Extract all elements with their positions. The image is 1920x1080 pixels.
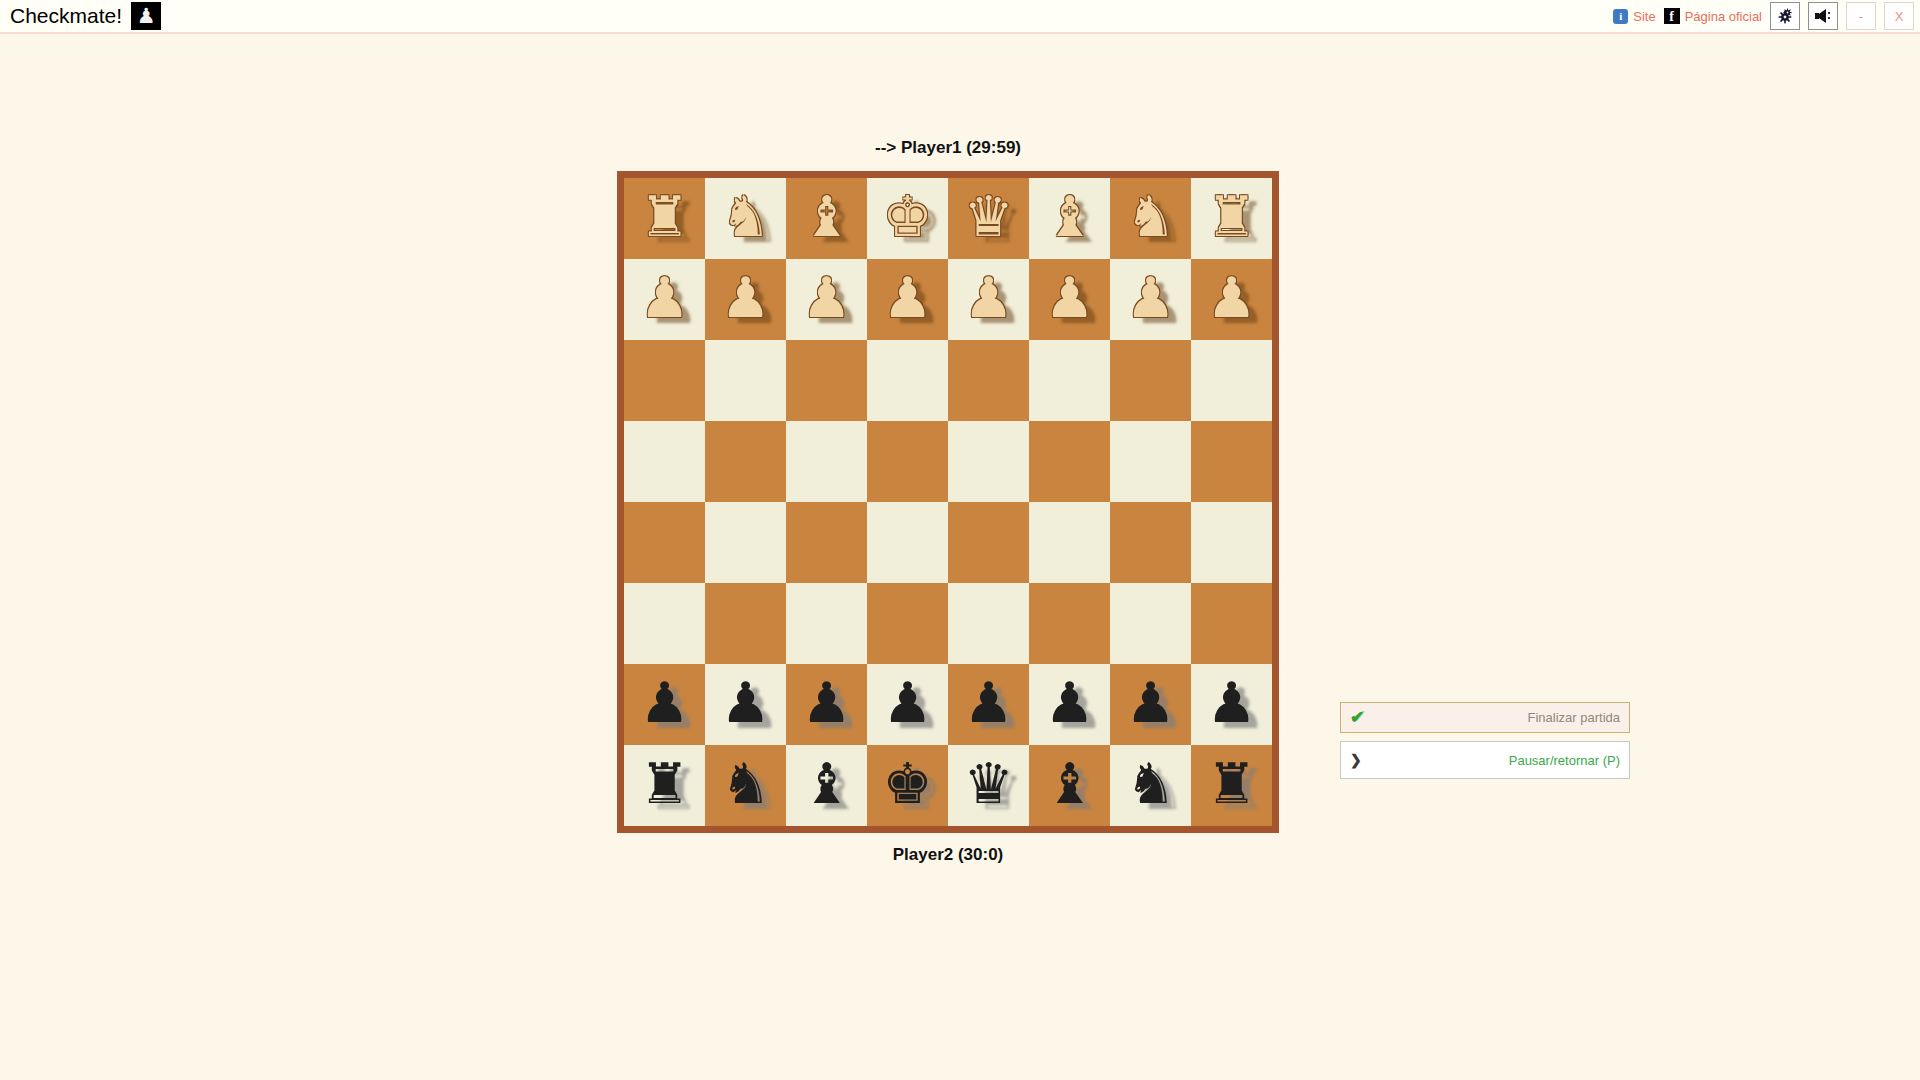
check-icon: ✔ xyxy=(1350,709,1364,726)
black-bishop[interactable]: ♝ xyxy=(1044,756,1094,812)
square-h5[interactable] xyxy=(624,502,705,583)
white-pawn[interactable]: ♟ xyxy=(1206,270,1256,326)
square-a8[interactable]: ♜ xyxy=(1191,745,1272,826)
player1-clock-label: --> Player1 (29:59) xyxy=(617,138,1279,158)
square-d4[interactable] xyxy=(948,421,1029,502)
square-a7[interactable]: ♟ xyxy=(1191,664,1272,745)
chess-board[interactable]: ♜♞♝♚♛♝♞♜♟♟♟♟♟♟♟♟♟♟♟♟♟♟♟♟♜♞♝♚♛♝♞♜ xyxy=(617,171,1279,833)
white-rook[interactable]: ♜ xyxy=(1206,189,1256,245)
square-f7[interactable]: ♟ xyxy=(786,664,867,745)
square-c3[interactable] xyxy=(1029,340,1110,421)
square-a1[interactable]: ♜ xyxy=(1191,178,1272,259)
white-knight[interactable]: ♞ xyxy=(720,189,770,245)
square-g4[interactable] xyxy=(705,421,786,502)
white-pawn[interactable]: ♟ xyxy=(963,270,1013,326)
white-pawn[interactable]: ♟ xyxy=(801,270,851,326)
black-pawn[interactable]: ♟ xyxy=(882,675,932,731)
pause-resume-label: Pausar/retornar (P) xyxy=(1368,753,1620,768)
square-f4[interactable] xyxy=(786,421,867,502)
speaker-icon xyxy=(1814,8,1832,24)
app-logo: ♟ xyxy=(131,2,161,30)
square-b2[interactable]: ♟ xyxy=(1110,259,1191,340)
app-title: Checkmate! xyxy=(10,4,122,28)
settings-button[interactable] xyxy=(1770,2,1800,30)
square-g3[interactable] xyxy=(705,340,786,421)
black-pawn[interactable]: ♟ xyxy=(801,675,851,731)
square-b5[interactable] xyxy=(1110,502,1191,583)
white-bishop[interactable]: ♝ xyxy=(801,189,851,245)
facebook-icon: f xyxy=(1664,8,1680,24)
black-queen[interactable]: ♛ xyxy=(963,756,1013,812)
white-pawn[interactable]: ♟ xyxy=(882,270,932,326)
square-a4[interactable] xyxy=(1191,421,1272,502)
gear-icon xyxy=(1774,5,1796,27)
square-d8[interactable]: ♛ xyxy=(948,745,1029,826)
square-d5[interactable] xyxy=(948,502,1029,583)
white-bishop[interactable]: ♝ xyxy=(1044,189,1094,245)
square-f1[interactable]: ♝ xyxy=(786,178,867,259)
black-pawn[interactable]: ♟ xyxy=(1206,675,1256,731)
title-bar: Checkmate! ♟ i Site f Página oficial xyxy=(0,0,1920,34)
square-h7[interactable]: ♟ xyxy=(624,664,705,745)
title-right-group: i Site f Página oficial xyxy=(1613,2,1914,30)
black-knight[interactable]: ♞ xyxy=(720,756,770,812)
square-g1[interactable]: ♞ xyxy=(705,178,786,259)
square-f6[interactable] xyxy=(786,583,867,664)
pawn-icon: ♟ xyxy=(137,6,156,27)
square-c1[interactable]: ♝ xyxy=(1029,178,1110,259)
site-link[interactable]: i Site xyxy=(1613,9,1655,24)
sound-button[interactable] xyxy=(1808,2,1838,30)
black-pawn[interactable]: ♟ xyxy=(1125,675,1175,731)
white-knight[interactable]: ♞ xyxy=(1125,189,1175,245)
square-h3[interactable] xyxy=(624,340,705,421)
square-g8[interactable]: ♞ xyxy=(705,745,786,826)
black-rook[interactable]: ♜ xyxy=(1206,756,1256,812)
black-knight[interactable]: ♞ xyxy=(1125,756,1175,812)
official-page-label: Página oficial xyxy=(1685,9,1762,24)
square-c5[interactable] xyxy=(1029,502,1110,583)
square-b4[interactable] xyxy=(1110,421,1191,502)
black-king[interactable]: ♚ xyxy=(882,756,932,812)
player2-clock-label: Player2 (30:0) xyxy=(617,845,1279,865)
square-g6[interactable] xyxy=(705,583,786,664)
white-queen[interactable]: ♛ xyxy=(963,189,1013,245)
square-h8[interactable]: ♜ xyxy=(624,745,705,826)
square-b7[interactable]: ♟ xyxy=(1110,664,1191,745)
square-c2[interactable]: ♟ xyxy=(1029,259,1110,340)
black-pawn[interactable]: ♟ xyxy=(1044,675,1094,731)
square-g2[interactable]: ♟ xyxy=(705,259,786,340)
square-g5[interactable] xyxy=(705,502,786,583)
square-d1[interactable]: ♛ xyxy=(948,178,1029,259)
title-left-group: Checkmate! ♟ xyxy=(6,2,161,30)
square-a3[interactable] xyxy=(1191,340,1272,421)
square-a6[interactable] xyxy=(1191,583,1272,664)
square-e5[interactable] xyxy=(867,502,948,583)
square-e6[interactable] xyxy=(867,583,948,664)
white-pawn[interactable]: ♟ xyxy=(639,270,689,326)
black-pawn[interactable]: ♟ xyxy=(720,675,770,731)
square-d7[interactable]: ♟ xyxy=(948,664,1029,745)
black-bishop[interactable]: ♝ xyxy=(801,756,851,812)
square-d3[interactable] xyxy=(948,340,1029,421)
square-e2[interactable]: ♟ xyxy=(867,259,948,340)
white-rook[interactable]: ♜ xyxy=(639,189,689,245)
square-b6[interactable] xyxy=(1110,583,1191,664)
black-pawn[interactable]: ♟ xyxy=(963,675,1013,731)
white-pawn[interactable]: ♟ xyxy=(1044,270,1094,326)
square-b1[interactable]: ♞ xyxy=(1110,178,1191,259)
square-e8[interactable]: ♚ xyxy=(867,745,948,826)
finish-game-button[interactable]: ✔ Finalizar partida xyxy=(1340,702,1630,733)
square-c8[interactable]: ♝ xyxy=(1029,745,1110,826)
square-h6[interactable] xyxy=(624,583,705,664)
square-f2[interactable]: ♟ xyxy=(786,259,867,340)
info-icon: i xyxy=(1613,9,1628,24)
square-h2[interactable]: ♟ xyxy=(624,259,705,340)
pause-resume-button[interactable]: ❯ Pausar/retornar (P) xyxy=(1340,741,1630,779)
square-e3[interactable] xyxy=(867,340,948,421)
white-pawn[interactable]: ♟ xyxy=(1125,270,1175,326)
square-h1[interactable]: ♜ xyxy=(624,178,705,259)
white-pawn[interactable]: ♟ xyxy=(720,270,770,326)
square-c6[interactable] xyxy=(1029,583,1110,664)
close-button[interactable]: X xyxy=(1884,2,1914,30)
square-h4[interactable] xyxy=(624,421,705,502)
official-page-link[interactable]: f Página oficial xyxy=(1664,8,1762,24)
black-pawn[interactable]: ♟ xyxy=(639,675,689,731)
square-e1[interactable]: ♚ xyxy=(867,178,948,259)
square-a2[interactable]: ♟ xyxy=(1191,259,1272,340)
finish-game-label: Finalizar partida xyxy=(1370,710,1620,725)
square-b8[interactable]: ♞ xyxy=(1110,745,1191,826)
square-e7[interactable]: ♟ xyxy=(867,664,948,745)
site-link-label: Site xyxy=(1633,9,1655,24)
square-d2[interactable]: ♟ xyxy=(948,259,1029,340)
white-king[interactable]: ♚ xyxy=(882,189,932,245)
chevron-right-icon: ❯ xyxy=(1350,753,1362,767)
square-b3[interactable] xyxy=(1110,340,1191,421)
square-f5[interactable] xyxy=(786,502,867,583)
square-a5[interactable] xyxy=(1191,502,1272,583)
square-g7[interactable]: ♟ xyxy=(705,664,786,745)
square-d6[interactable] xyxy=(948,583,1029,664)
square-e4[interactable] xyxy=(867,421,948,502)
black-rook[interactable]: ♜ xyxy=(639,756,689,812)
square-f3[interactable] xyxy=(786,340,867,421)
square-c4[interactable] xyxy=(1029,421,1110,502)
square-f8[interactable]: ♝ xyxy=(786,745,867,826)
minimize-button[interactable]: - xyxy=(1846,2,1876,30)
square-c7[interactable]: ♟ xyxy=(1029,664,1110,745)
